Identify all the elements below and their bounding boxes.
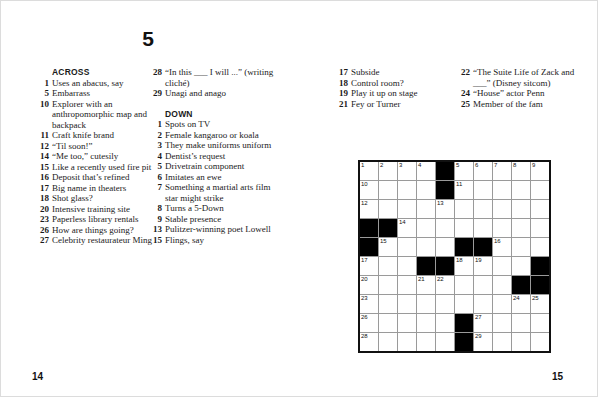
grid-cell[interactable]	[531, 238, 549, 256]
clue: 26How are things going?	[36, 225, 152, 236]
grid-cell[interactable]	[455, 200, 473, 218]
grid-cell[interactable]	[512, 333, 530, 351]
clue-text: Imitates an ewe	[165, 172, 275, 183]
clue-number: 7	[149, 182, 162, 203]
grid-cell[interactable]	[512, 238, 530, 256]
clue-text: Big name in theaters	[52, 183, 152, 194]
clue-number: 28	[149, 67, 162, 88]
grid-cell[interactable]	[493, 257, 511, 275]
clue-number: 15	[36, 162, 49, 173]
grid-cell[interactable]: 4	[417, 162, 435, 180]
cell-number: 2	[380, 162, 383, 169]
grid-cell[interactable]	[398, 295, 416, 313]
grid-cell[interactable]: 16	[493, 238, 511, 256]
clue-number: 13	[149, 224, 162, 235]
clue: 5Drivetrain component	[149, 161, 275, 172]
clue: 18Shot glass?	[36, 193, 152, 204]
clue-text: Member of the fam	[473, 99, 590, 110]
clue-number: 25	[457, 99, 470, 110]
clue: 3They make uniforms uniform	[149, 140, 275, 151]
grid-cell[interactable]	[398, 181, 416, 199]
grid-cell[interactable]: 8	[512, 162, 530, 180]
grid-cell[interactable]	[512, 314, 530, 332]
clue-number: 17	[335, 67, 348, 78]
grid-cell[interactable]	[379, 200, 397, 218]
clue: 9Stable presence	[149, 214, 275, 225]
clue: 28“In this ___ I will ...” (writing clic…	[149, 67, 275, 88]
cell-number: 3	[399, 162, 402, 169]
cell-number: 23	[361, 295, 368, 302]
grid-cell[interactable]	[531, 314, 549, 332]
clue-number: 24	[457, 88, 470, 99]
grid-cell[interactable]	[455, 276, 473, 294]
grid-cell[interactable]: 20	[360, 276, 378, 294]
clue-list-header: ACROSS	[36, 67, 152, 78]
clue: 14“Me too,” cutesily	[36, 151, 152, 162]
clue-text: Dentist’s request	[165, 151, 275, 162]
black-cell	[436, 162, 454, 180]
grid-cell[interactable]	[379, 181, 397, 199]
clue-text: Something a martial arts film star might…	[165, 182, 275, 203]
clue-text: Play it up on stage	[351, 88, 455, 99]
grid-cell[interactable]: 1	[360, 162, 378, 180]
clue-number: 8	[149, 203, 162, 214]
clue: 17Big name in theaters	[36, 183, 152, 194]
clue-number: 15	[149, 235, 162, 246]
grid-cell[interactable]: 28	[360, 333, 378, 351]
grid-cell[interactable]: 12	[360, 200, 378, 218]
grid-cell[interactable]: 3	[398, 162, 416, 180]
cell-number: 5	[456, 162, 459, 169]
clue-number: 11	[36, 130, 49, 141]
clue-text: Fey or Turner	[351, 99, 455, 110]
clue-text: Turns a 5-Down	[165, 203, 275, 214]
grid-cell[interactable]	[474, 276, 492, 294]
clue-text: Subside	[351, 67, 455, 78]
grid-cell[interactable]	[436, 333, 454, 351]
grid-cell[interactable]: 2	[379, 162, 397, 180]
grid-cell[interactable]	[436, 295, 454, 313]
cell-number: 19	[475, 257, 482, 264]
clue: 27Celebrity restaurateur Ming	[36, 235, 152, 246]
clue-text: “The Suite Life of Zack and ___” (Disney…	[473, 67, 590, 88]
cell-number: 9	[532, 162, 535, 169]
clue-number: 29	[149, 88, 162, 99]
grid-cell[interactable]: 6	[474, 162, 492, 180]
black-cell	[360, 219, 378, 237]
black-cell	[455, 333, 473, 351]
cell-number: 4	[418, 162, 421, 169]
clue-number: 26	[36, 225, 49, 236]
cell-number: 20	[361, 276, 368, 283]
cell-number: 8	[513, 162, 516, 169]
grid-cell[interactable]	[512, 219, 530, 237]
black-cell	[436, 181, 454, 199]
book-spread: 5 ACROSS1Uses an abacus, say5Embarrass10…	[0, 0, 598, 397]
clue-text: How are things going?	[52, 225, 152, 236]
clue: 4Dentist’s request	[149, 151, 275, 162]
clue-text: Unagi and anago	[165, 88, 275, 99]
grid-cell[interactable]	[531, 219, 549, 237]
cell-number: 16	[494, 238, 501, 245]
clue-column-down-continued: 17Subside18Control room?19Play it up on …	[335, 67, 455, 109]
grid-cell[interactable]	[436, 219, 454, 237]
grid-cell[interactable]	[474, 181, 492, 199]
clue: 12“Til soon!”	[36, 141, 152, 152]
clue-text: “House” actor Penn	[473, 88, 590, 99]
grid-cell[interactable]	[493, 314, 511, 332]
grid-cell[interactable]: 9	[531, 162, 549, 180]
clue-number: 20	[36, 204, 49, 215]
clue-text: Deposit that’s refined	[52, 172, 152, 183]
grid-cell[interactable]	[436, 314, 454, 332]
clue-number: 3	[149, 140, 162, 151]
black-cell	[474, 238, 492, 256]
grid-cell[interactable]	[455, 219, 473, 237]
clue-text: Drivetrain component	[165, 161, 275, 172]
black-cell	[417, 257, 435, 275]
grid-cell[interactable]	[417, 200, 435, 218]
clue-number: 16	[36, 172, 49, 183]
cell-number: 26	[361, 314, 368, 321]
grid-cell[interactable]: 24	[512, 295, 530, 313]
clue: 6Imitates an ewe	[149, 172, 275, 183]
clue-number: 6	[149, 172, 162, 183]
grid-cell[interactable]	[493, 200, 511, 218]
grid-cell[interactable]: 27	[474, 314, 492, 332]
clue-column-across: ACROSS1Uses an abacus, say5Embarrass10Ex…	[36, 67, 152, 246]
cell-number: 24	[513, 295, 520, 302]
black-cell	[436, 257, 454, 275]
clue-text: Explorer with an anthropomorphic map and…	[52, 99, 152, 131]
clue-number: 4	[149, 151, 162, 162]
clue: 2Female kangaroo or koala	[149, 130, 275, 141]
clue-text: Shot glass?	[52, 193, 152, 204]
clue-number: 9	[149, 214, 162, 225]
grid-cell[interactable]	[436, 238, 454, 256]
grid-cell[interactable]	[398, 276, 416, 294]
grid-cell[interactable]	[512, 257, 530, 275]
grid-cell[interactable]	[379, 295, 397, 313]
grid-cell[interactable]: 7	[493, 162, 511, 180]
grid-cell[interactable]	[417, 295, 435, 313]
clue-column-across-down: 28“In this ___ I will ...” (writing clic…	[149, 67, 275, 245]
grid-cell[interactable]	[398, 333, 416, 351]
clue-text: Craft knife brand	[52, 130, 152, 141]
cell-number: 27	[475, 314, 482, 321]
grid-cell[interactable]	[417, 219, 435, 237]
cell-number: 6	[475, 162, 478, 169]
grid-cell[interactable]: 18	[455, 257, 473, 275]
black-cell	[531, 257, 549, 275]
clue-text: Spots on TV	[165, 119, 275, 130]
grid-cell[interactable]	[417, 238, 435, 256]
clue: 19Play it up on stage	[335, 88, 455, 99]
clue-number: 12	[36, 141, 49, 152]
grid-cell[interactable]	[417, 314, 435, 332]
black-cell	[455, 314, 473, 332]
clue-text: They make uniforms uniform	[165, 140, 275, 151]
clue-text: Like a recently used fire pit	[52, 162, 152, 173]
cell-number: 1	[361, 162, 364, 169]
clue: 24“House” actor Penn	[457, 88, 590, 99]
clue-text: Control room?	[351, 78, 455, 89]
clue: 10Explorer with an anthropomorphic map a…	[36, 99, 152, 131]
spacer	[149, 99, 275, 109]
grid-cell[interactable]	[417, 333, 435, 351]
clue: 21Fey or Turner	[335, 99, 455, 110]
grid-cell[interactable]	[493, 276, 511, 294]
clue-text: Uses an abacus, say	[52, 78, 152, 89]
clue-number: 23	[36, 214, 49, 225]
grid-cell[interactable]	[531, 181, 549, 199]
cell-number: 28	[361, 333, 368, 340]
cell-number: 25	[532, 295, 539, 302]
clue-number: 2	[149, 130, 162, 141]
clue-text: Paperless library rentals	[52, 214, 152, 225]
clue-number: 1	[149, 119, 162, 130]
clue-text: Intensive training site	[52, 204, 152, 215]
clue-number: 19	[335, 88, 348, 99]
grid-cell[interactable]	[512, 181, 530, 199]
cell-number: 10	[361, 181, 368, 188]
clue-text: “Til soon!”	[52, 141, 152, 152]
clue-text: Embarrass	[52, 88, 152, 99]
grid-cell[interactable]: 10	[360, 181, 378, 199]
clue-number: 17	[36, 183, 49, 194]
cell-number: 7	[494, 162, 497, 169]
cell-number: 22	[437, 276, 444, 283]
clue: 1Spots on TV	[149, 119, 275, 130]
cell-number: 14	[399, 219, 406, 226]
clue-number: 18	[335, 78, 348, 89]
clue-number: 5	[36, 88, 49, 99]
clue-number: 21	[335, 99, 348, 110]
grid-cell[interactable]	[474, 200, 492, 218]
clue-text: Flings, say	[165, 235, 275, 246]
clue-number: 27	[36, 235, 49, 246]
clue-number: 22	[457, 67, 470, 88]
black-cell	[512, 276, 530, 294]
clue: 5Embarrass	[36, 88, 152, 99]
grid-cell[interactable]	[493, 219, 511, 237]
clue-number: 5	[149, 161, 162, 172]
clue: 8Turns a 5-Down	[149, 203, 275, 214]
grid-cell[interactable]: 14	[398, 219, 416, 237]
clue: 22“The Suite Life of Zack and ___” (Disn…	[457, 67, 590, 88]
clue-number: 14	[36, 151, 49, 162]
grid-cell[interactable]	[417, 181, 435, 199]
clue-list-header: DOWN	[149, 109, 275, 120]
clue: 15Flings, say	[149, 235, 275, 246]
clue: 11Craft knife brand	[36, 130, 152, 141]
black-cell	[360, 238, 378, 256]
clue-number: 18	[36, 193, 49, 204]
grid-cell[interactable]	[398, 238, 416, 256]
grid-cell[interactable]: 23	[360, 295, 378, 313]
clue-text: Stable presence	[165, 214, 275, 225]
clue-text: “In this ___ I will ...” (writing cliché…	[165, 67, 275, 88]
clue: 7Something a martial arts film star migh…	[149, 182, 275, 203]
clue-text: Pulitzer-winning poet Lowell	[165, 224, 275, 235]
crossword-grid: 1234567891011121314151617181920212223242…	[358, 160, 551, 353]
grid-cell[interactable]	[379, 257, 397, 275]
grid-cell[interactable]	[493, 333, 511, 351]
page-number-left: 14	[32, 371, 43, 382]
grid-cell[interactable]	[493, 181, 511, 199]
grid-cell[interactable]	[531, 200, 549, 218]
grid-cell[interactable]: 13	[436, 200, 454, 218]
grid-cell[interactable]	[474, 295, 492, 313]
grid-cell[interactable]: 21	[417, 276, 435, 294]
grid-cell[interactable]	[531, 333, 549, 351]
grid-cell[interactable]: 29	[474, 333, 492, 351]
grid-cell[interactable]	[379, 333, 397, 351]
grid-cell[interactable]	[512, 200, 530, 218]
cell-number: 29	[475, 333, 482, 340]
clue-number: 10	[36, 99, 49, 131]
grid-cell[interactable]	[493, 295, 511, 313]
clue-column-down-end: 22“The Suite Life of Zack and ___” (Disn…	[457, 67, 590, 109]
clue-text: Celebrity restaurateur Ming	[52, 235, 152, 246]
grid-cell[interactable]	[398, 314, 416, 332]
grid-cell[interactable]	[379, 314, 397, 332]
grid-cell[interactable]	[455, 295, 473, 313]
black-cell	[531, 276, 549, 294]
clue: 18Control room?	[335, 78, 455, 89]
clue-text: “Me too,” cutesily	[52, 151, 152, 162]
clue: 16Deposit that’s refined	[36, 172, 152, 183]
grid-cell[interactable]: 11	[455, 181, 473, 199]
cell-number: 15	[380, 238, 387, 245]
clue: 13Pulitzer-winning poet Lowell	[149, 224, 275, 235]
clue: 1Uses an abacus, say	[36, 78, 152, 89]
cell-number: 12	[361, 200, 368, 207]
clue: 20Intensive training site	[36, 204, 152, 215]
grid-cell[interactable]	[398, 257, 416, 275]
cell-number: 13	[437, 200, 444, 207]
grid-cell[interactable]: 26	[360, 314, 378, 332]
grid-cell[interactable]: 22	[436, 276, 454, 294]
clue: 15Like a recently used fire pit	[36, 162, 152, 173]
grid-cell[interactable]	[398, 200, 416, 218]
cell-number: 17	[361, 257, 368, 264]
clue: 25Member of the fam	[457, 99, 590, 110]
cell-number: 21	[418, 276, 425, 283]
grid-cell[interactable]	[474, 219, 492, 237]
cell-number: 18	[456, 257, 463, 264]
grid-cell[interactable]	[379, 276, 397, 294]
grid-cell[interactable]: 5	[455, 162, 473, 180]
grid-cell[interactable]: 19	[474, 257, 492, 275]
grid-cell[interactable]: 25	[531, 295, 549, 313]
clue-text: Female kangaroo or koala	[165, 130, 275, 141]
clue: 17Subside	[335, 67, 455, 78]
cell-number: 11	[456, 181, 462, 188]
grid-cell[interactable]: 15	[379, 238, 397, 256]
grid-cell[interactable]: 17	[360, 257, 378, 275]
page-number-right: 15	[552, 371, 563, 382]
black-cell	[455, 238, 473, 256]
clue: 29Unagi and anago	[149, 88, 275, 99]
puzzle-number-title: 5	[126, 27, 170, 51]
black-cell	[379, 219, 397, 237]
clue: 23Paperless library rentals	[36, 214, 152, 225]
clue-number: 1	[36, 78, 49, 89]
